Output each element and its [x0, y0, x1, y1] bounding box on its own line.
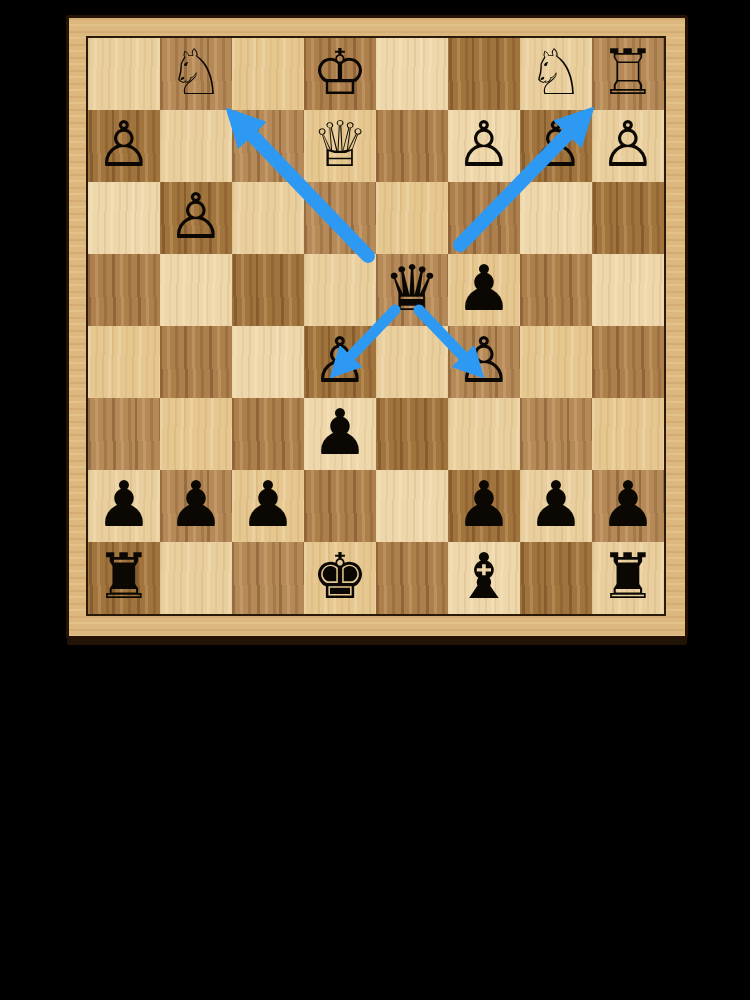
square-d8[interactable]: [376, 542, 448, 614]
piece-black-bishop-c8: ♝: [456, 545, 512, 608]
square-b1[interactable]: ♘: [520, 38, 592, 110]
square-g2[interactable]: [160, 110, 232, 182]
square-e3[interactable]: [304, 182, 376, 254]
square-d7[interactable]: [376, 470, 448, 542]
square-d5[interactable]: [376, 326, 448, 398]
square-d1[interactable]: [376, 38, 448, 110]
square-b5[interactable]: [520, 326, 592, 398]
square-a3[interactable]: [592, 182, 664, 254]
piece-black-pawn-c7: ♟: [456, 473, 512, 536]
square-f1[interactable]: [232, 38, 304, 110]
piece-black-pawn-h7: ♟: [96, 473, 152, 536]
square-a8[interactable]: ♜: [592, 542, 664, 614]
chess-board-frame: ♘♔♘♖♙♕♙♙♙♙♛♟♙♙♟♟♟♟♟♟♟♜♚♝♜: [66, 15, 688, 639]
square-g8[interactable]: [160, 542, 232, 614]
square-c4[interactable]: ♟: [448, 254, 520, 326]
square-f3[interactable]: [232, 182, 304, 254]
tshirt-chess-graphic: { "game": "chess", "scene": { "backgroun…: [0, 0, 750, 1000]
square-d2[interactable]: [376, 110, 448, 182]
chess-board: ♘♔♘♖♙♕♙♙♙♙♛♟♙♙♟♟♟♟♟♟♟♜♚♝♜: [86, 36, 666, 616]
piece-black-pawn-c4: ♟: [456, 257, 512, 320]
piece-white-pawn-c2: ♙: [456, 113, 512, 176]
square-g5[interactable]: [160, 326, 232, 398]
piece-black-king-e8: ♚: [312, 545, 368, 608]
square-g6[interactable]: [160, 398, 232, 470]
piece-black-pawn-b7: ♟: [528, 473, 584, 536]
square-d4[interactable]: ♛: [376, 254, 448, 326]
piece-white-pawn-e5: ♙: [312, 329, 368, 392]
square-g3[interactable]: ♙: [160, 182, 232, 254]
square-a1[interactable]: ♖: [592, 38, 664, 110]
square-b6[interactable]: [520, 398, 592, 470]
square-c8[interactable]: ♝: [448, 542, 520, 614]
square-a6[interactable]: [592, 398, 664, 470]
square-h1[interactable]: [88, 38, 160, 110]
square-a2[interactable]: ♙: [592, 110, 664, 182]
piece-white-pawn-c5: ♙: [456, 329, 512, 392]
square-e1[interactable]: ♔: [304, 38, 376, 110]
board-grid: ♘♔♘♖♙♕♙♙♙♙♛♟♙♙♟♟♟♟♟♟♟♜♚♝♜: [88, 38, 664, 614]
piece-white-knight-b1: ♘: [528, 41, 584, 104]
square-d6[interactable]: [376, 398, 448, 470]
square-f7[interactable]: ♟: [232, 470, 304, 542]
square-h8[interactable]: ♜: [88, 542, 160, 614]
piece-black-pawn-a7: ♟: [600, 473, 656, 536]
square-b3[interactable]: [520, 182, 592, 254]
piece-white-knight-g1: ♘: [168, 41, 224, 104]
square-b4[interactable]: [520, 254, 592, 326]
square-f6[interactable]: [232, 398, 304, 470]
square-a5[interactable]: [592, 326, 664, 398]
square-d3[interactable]: [376, 182, 448, 254]
piece-black-pawn-f7: ♟: [240, 473, 296, 536]
square-e4[interactable]: [304, 254, 376, 326]
square-f8[interactable]: [232, 542, 304, 614]
square-c1[interactable]: [448, 38, 520, 110]
piece-white-pawn-h2: ♙: [96, 113, 152, 176]
piece-black-rook-a8: ♜: [600, 545, 656, 608]
square-c5[interactable]: ♙: [448, 326, 520, 398]
square-c2[interactable]: ♙: [448, 110, 520, 182]
square-e8[interactable]: ♚: [304, 542, 376, 614]
square-f2[interactable]: [232, 110, 304, 182]
square-f5[interactable]: [232, 326, 304, 398]
square-f4[interactable]: [232, 254, 304, 326]
square-g7[interactable]: ♟: [160, 470, 232, 542]
square-c7[interactable]: ♟: [448, 470, 520, 542]
square-b7[interactable]: ♟: [520, 470, 592, 542]
square-b8[interactable]: [520, 542, 592, 614]
square-c6[interactable]: [448, 398, 520, 470]
square-a4[interactable]: [592, 254, 664, 326]
piece-black-pawn-e6: ♟: [312, 401, 368, 464]
piece-black-queen-d4: ♛: [384, 257, 440, 320]
square-a7[interactable]: ♟: [592, 470, 664, 542]
piece-white-king-e1: ♔: [312, 41, 368, 104]
square-e2[interactable]: ♕: [304, 110, 376, 182]
square-e5[interactable]: ♙: [304, 326, 376, 398]
square-h5[interactable]: [88, 326, 160, 398]
square-b2[interactable]: ♙: [520, 110, 592, 182]
piece-white-pawn-g3: ♙: [168, 185, 224, 248]
square-h3[interactable]: [88, 182, 160, 254]
piece-black-pawn-g7: ♟: [168, 473, 224, 536]
square-e7[interactable]: [304, 470, 376, 542]
square-c3[interactable]: [448, 182, 520, 254]
square-h6[interactable]: [88, 398, 160, 470]
square-h7[interactable]: ♟: [88, 470, 160, 542]
piece-white-pawn-b2: ♙: [528, 113, 584, 176]
square-h2[interactable]: ♙: [88, 110, 160, 182]
piece-white-queen-e2: ♕: [312, 113, 368, 176]
square-h4[interactable]: [88, 254, 160, 326]
piece-black-rook-h8: ♜: [96, 545, 152, 608]
square-e6[interactable]: ♟: [304, 398, 376, 470]
square-g1[interactable]: ♘: [160, 38, 232, 110]
square-g4[interactable]: [160, 254, 232, 326]
piece-white-rook-a1: ♖: [600, 41, 656, 104]
piece-white-pawn-a2: ♙: [600, 113, 656, 176]
